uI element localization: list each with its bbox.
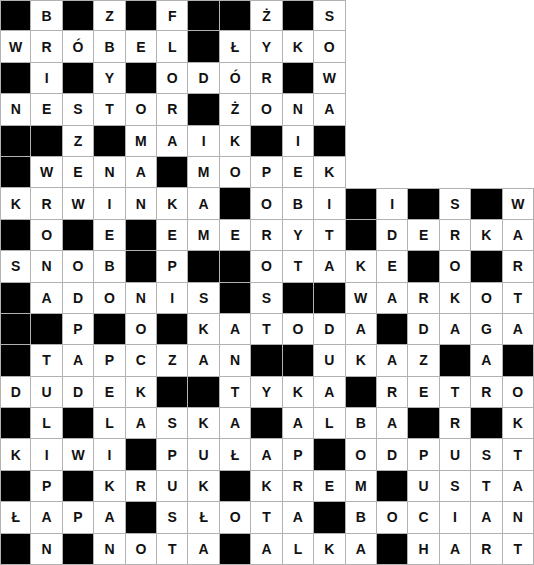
cell-r15c14[interactable]: P bbox=[408, 439, 439, 470]
cell-r4c14 bbox=[408, 94, 439, 125]
cell-r10c14[interactable]: R bbox=[408, 283, 439, 314]
cell-r12c16[interactable]: A bbox=[471, 345, 502, 376]
cell-r18c15[interactable]: A bbox=[440, 534, 471, 565]
cell-r10c7[interactable]: S bbox=[188, 283, 219, 314]
cell-r11c16[interactable]: G bbox=[471, 314, 502, 345]
cell-r5c11 bbox=[314, 126, 345, 157]
cell-r5c6[interactable]: A bbox=[157, 126, 188, 157]
cell-r17c10[interactable]: A bbox=[283, 502, 314, 533]
cell-r8c8[interactable]: E bbox=[220, 220, 251, 251]
cell-r2c9[interactable]: Y bbox=[251, 31, 282, 62]
cell-r3c11[interactable]: W bbox=[314, 63, 345, 94]
cell-r1c16 bbox=[471, 0, 502, 31]
cell-r1c3 bbox=[63, 0, 94, 31]
cell-r17c4[interactable]: A bbox=[94, 502, 125, 533]
cell-r15c7[interactable]: U bbox=[188, 439, 219, 470]
cell-r2c15 bbox=[440, 31, 471, 62]
cell-r12c8[interactable]: N bbox=[220, 345, 251, 376]
cell-r7c9[interactable]: O bbox=[251, 188, 282, 219]
cell-r9c6[interactable]: P bbox=[157, 251, 188, 282]
cell-r13c2[interactable]: U bbox=[31, 377, 62, 408]
crossword-board: BZFŻSWRÓBELŁYKOIYODÓRWNESTORŻONAZMAIKIWE… bbox=[0, 0, 534, 565]
cell-r1c5 bbox=[126, 0, 157, 31]
cell-r10c15[interactable]: K bbox=[440, 283, 471, 314]
cell-r4c17 bbox=[503, 94, 534, 125]
cell-r6c8[interactable]: O bbox=[220, 157, 251, 188]
cell-r4c2[interactable]: E bbox=[31, 94, 62, 125]
cell-r16c8 bbox=[220, 471, 251, 502]
cell-r5c4 bbox=[94, 126, 125, 157]
cell-r16c2[interactable]: P bbox=[31, 471, 62, 502]
cell-r4c12 bbox=[346, 94, 377, 125]
cell-r10c1 bbox=[0, 283, 31, 314]
cell-r2c11[interactable]: O bbox=[314, 31, 345, 62]
cell-r12c13[interactable]: A bbox=[377, 345, 408, 376]
cell-r6c9[interactable]: P bbox=[251, 157, 282, 188]
cell-r8c9[interactable]: R bbox=[251, 220, 282, 251]
cell-r15c5 bbox=[126, 439, 157, 470]
cell-r13c3[interactable]: D bbox=[63, 377, 94, 408]
cell-r17c2[interactable]: A bbox=[31, 502, 62, 533]
cell-r5c16 bbox=[471, 126, 502, 157]
cell-r10c8 bbox=[220, 283, 251, 314]
cell-r16c9[interactable]: K bbox=[251, 471, 282, 502]
cell-r13c4[interactable]: E bbox=[94, 377, 125, 408]
cell-r3c8[interactable]: Ó bbox=[220, 63, 251, 94]
cell-r11c1 bbox=[0, 314, 31, 345]
cell-r14c12[interactable]: B bbox=[346, 408, 377, 439]
cell-r1c4[interactable]: Z bbox=[94, 0, 125, 31]
cell-r17c12[interactable]: B bbox=[346, 502, 377, 533]
cell-r11c11[interactable]: D bbox=[314, 314, 345, 345]
cell-r8c7[interactable]: M bbox=[188, 220, 219, 251]
cell-r16c16[interactable]: T bbox=[471, 471, 502, 502]
cell-r1c15 bbox=[440, 0, 471, 31]
cell-r6c13 bbox=[377, 157, 408, 188]
cell-r1c11[interactable]: S bbox=[314, 0, 345, 31]
cell-r17c15[interactable]: I bbox=[440, 502, 471, 533]
cell-r4c4[interactable]: T bbox=[94, 94, 125, 125]
cell-r2c14 bbox=[408, 31, 439, 62]
cell-r8c1 bbox=[0, 220, 31, 251]
cell-r6c15 bbox=[440, 157, 471, 188]
cell-r3c10 bbox=[283, 63, 314, 94]
cell-r16c6[interactable]: U bbox=[157, 471, 188, 502]
cell-r15c3[interactable]: W bbox=[63, 439, 94, 470]
cell-r14c5[interactable]: A bbox=[126, 408, 157, 439]
cell-r17c6[interactable]: S bbox=[157, 502, 188, 533]
cell-r5c5[interactable]: M bbox=[126, 126, 157, 157]
cell-r12c1 bbox=[0, 345, 31, 376]
cell-r13c12 bbox=[346, 377, 377, 408]
cell-r13c13[interactable]: R bbox=[377, 377, 408, 408]
cell-r9c17[interactable]: R bbox=[503, 251, 534, 282]
cell-r7c11[interactable]: I bbox=[314, 188, 345, 219]
cell-r10c10 bbox=[283, 283, 314, 314]
cell-r10c2[interactable]: A bbox=[31, 283, 62, 314]
cell-r11c7[interactable]: K bbox=[188, 314, 219, 345]
cell-r14c1 bbox=[0, 408, 31, 439]
cell-r6c7[interactable]: M bbox=[188, 157, 219, 188]
cell-r15c2[interactable]: I bbox=[31, 439, 62, 470]
cell-r7c10[interactable]: B bbox=[283, 188, 314, 219]
cell-r4c15 bbox=[440, 94, 471, 125]
cell-r12c7[interactable]: A bbox=[188, 345, 219, 376]
cell-r3c17 bbox=[503, 63, 534, 94]
cell-r6c2[interactable]: W bbox=[31, 157, 62, 188]
cell-r16c11[interactable]: E bbox=[314, 471, 345, 502]
cell-r17c8[interactable]: O bbox=[220, 502, 251, 533]
cell-r15c6[interactable]: P bbox=[157, 439, 188, 470]
cell-r3c12 bbox=[346, 63, 377, 94]
cell-r6c3[interactable]: E bbox=[63, 157, 94, 188]
cell-r6c12 bbox=[346, 157, 377, 188]
cell-r6c4[interactable]: N bbox=[94, 157, 125, 188]
cell-r6c10[interactable]: E bbox=[283, 157, 314, 188]
cell-r4c16 bbox=[471, 94, 502, 125]
cell-r14c10[interactable]: A bbox=[283, 408, 314, 439]
cell-r9c3[interactable]: O bbox=[63, 251, 94, 282]
cell-r3c5 bbox=[126, 63, 157, 94]
cell-r17c3[interactable]: P bbox=[63, 502, 94, 533]
cell-r15c10[interactable]: P bbox=[283, 439, 314, 470]
cell-r17c9[interactable]: T bbox=[251, 502, 282, 533]
cell-r12c15 bbox=[440, 345, 471, 376]
cell-r8c2[interactable]: O bbox=[31, 220, 62, 251]
cell-r15c17[interactable]: T bbox=[503, 439, 534, 470]
cell-r9c7 bbox=[188, 251, 219, 282]
cell-r7c16 bbox=[471, 188, 502, 219]
cell-r2c10[interactable]: K bbox=[283, 31, 314, 62]
cell-r11c8[interactable]: A bbox=[220, 314, 251, 345]
cell-r14c13[interactable]: A bbox=[377, 408, 408, 439]
cell-r11c5[interactable]: O bbox=[126, 314, 157, 345]
cell-r17c11 bbox=[314, 502, 345, 533]
cell-r14c17[interactable]: K bbox=[503, 408, 534, 439]
cell-r16c3 bbox=[63, 471, 94, 502]
cell-r8c6[interactable]: E bbox=[157, 220, 188, 251]
cell-r17c7[interactable]: Ł bbox=[188, 502, 219, 533]
cell-r1c12 bbox=[346, 0, 377, 31]
cell-r9c13[interactable]: E bbox=[377, 251, 408, 282]
cell-r2c3[interactable]: Ó bbox=[63, 31, 94, 62]
cell-r14c11[interactable]: L bbox=[314, 408, 345, 439]
cell-r16c1 bbox=[0, 471, 31, 502]
cell-r15c16[interactable]: S bbox=[471, 439, 502, 470]
cell-r11c3[interactable]: P bbox=[63, 314, 94, 345]
cell-r5c1 bbox=[0, 126, 31, 157]
cell-r3c16 bbox=[471, 63, 502, 94]
cell-r17c16[interactable]: A bbox=[471, 502, 502, 533]
cell-r3c3 bbox=[63, 63, 94, 94]
cell-r1c2[interactable]: B bbox=[31, 0, 62, 31]
cell-r7c12 bbox=[346, 188, 377, 219]
cell-r17c5 bbox=[126, 502, 157, 533]
cell-r2c2[interactable]: R bbox=[31, 31, 62, 62]
cell-r13c16[interactable]: R bbox=[471, 377, 502, 408]
cell-r18c2[interactable]: N bbox=[31, 534, 62, 565]
cell-r10c5[interactable]: N bbox=[126, 283, 157, 314]
cell-r17c1[interactable]: Ł bbox=[0, 502, 31, 533]
cell-r4c11[interactable]: A bbox=[314, 94, 345, 125]
cell-r18c10[interactable]: L bbox=[283, 534, 314, 565]
cell-r12c6[interactable]: Z bbox=[157, 345, 188, 376]
cell-r3c7[interactable]: D bbox=[188, 63, 219, 94]
cell-r13c7 bbox=[188, 377, 219, 408]
cell-r8c15[interactable]: R bbox=[440, 220, 471, 251]
cell-r5c17 bbox=[503, 126, 534, 157]
cell-r16c10[interactable]: R bbox=[283, 471, 314, 502]
cell-r9c1[interactable]: S bbox=[0, 251, 31, 282]
cell-r13c8[interactable]: T bbox=[220, 377, 251, 408]
cell-r14c7[interactable]: K bbox=[188, 408, 219, 439]
cell-r3c9[interactable]: R bbox=[251, 63, 282, 94]
cell-r4c1[interactable]: N bbox=[0, 94, 31, 125]
cell-r12c3[interactable]: A bbox=[63, 345, 94, 376]
cell-r6c11[interactable]: K bbox=[314, 157, 345, 188]
cell-r18c8 bbox=[220, 534, 251, 565]
cell-r13c5[interactable]: K bbox=[126, 377, 157, 408]
cell-r18c6[interactable]: T bbox=[157, 534, 188, 565]
cell-r1c8 bbox=[220, 0, 251, 31]
cell-r5c3[interactable]: Z bbox=[63, 126, 94, 157]
cell-r7c6[interactable]: K bbox=[157, 188, 188, 219]
cell-r1c9[interactable]: Ż bbox=[251, 0, 282, 31]
cell-r15c13[interactable]: D bbox=[377, 439, 408, 470]
cell-r16c14[interactable]: U bbox=[408, 471, 439, 502]
cell-r16c15[interactable]: S bbox=[440, 471, 471, 502]
cell-r18c12[interactable]: A bbox=[346, 534, 377, 565]
cell-r9c11[interactable]: A bbox=[314, 251, 345, 282]
cell-r15c1[interactable]: K bbox=[0, 439, 31, 470]
cell-r6c14 bbox=[408, 157, 439, 188]
cell-r12c9 bbox=[251, 345, 282, 376]
cell-r12c4[interactable]: P bbox=[94, 345, 125, 376]
cell-r2c5[interactable]: E bbox=[126, 31, 157, 62]
cell-r1c14 bbox=[408, 0, 439, 31]
cell-r1c6[interactable]: F bbox=[157, 0, 188, 31]
cell-r7c5[interactable]: N bbox=[126, 188, 157, 219]
cell-r12c12[interactable]: K bbox=[346, 345, 377, 376]
cell-r11c14[interactable]: D bbox=[408, 314, 439, 345]
cell-r17c13[interactable]: O bbox=[377, 502, 408, 533]
cell-r9c5 bbox=[126, 251, 157, 282]
cell-r18c16[interactable]: R bbox=[471, 534, 502, 565]
cell-r7c4[interactable]: I bbox=[94, 188, 125, 219]
cell-r18c9[interactable]: A bbox=[251, 534, 282, 565]
cell-r16c17[interactable]: A bbox=[503, 471, 534, 502]
cell-r5c10[interactable]: I bbox=[283, 126, 314, 157]
cell-r10c16[interactable]: O bbox=[471, 283, 502, 314]
cell-r15c12[interactable]: O bbox=[346, 439, 377, 470]
cell-r11c17[interactable]: A bbox=[503, 314, 534, 345]
cell-r11c2 bbox=[31, 314, 62, 345]
cell-r9c4[interactable]: B bbox=[94, 251, 125, 282]
cell-r14c15[interactable]: R bbox=[440, 408, 471, 439]
cell-r2c6[interactable]: L bbox=[157, 31, 188, 62]
cell-r5c8[interactable]: K bbox=[220, 126, 251, 157]
cell-r8c16[interactable]: K bbox=[471, 220, 502, 251]
cell-r12c5[interactable]: C bbox=[126, 345, 157, 376]
cell-r15c8[interactable]: Ł bbox=[220, 439, 251, 470]
cell-r6c17 bbox=[503, 157, 534, 188]
cell-r6c6 bbox=[157, 157, 188, 188]
cell-r7c3[interactable]: W bbox=[63, 188, 94, 219]
cell-r18c4[interactable]: N bbox=[94, 534, 125, 565]
cell-r2c12 bbox=[346, 31, 377, 62]
cell-r5c15 bbox=[440, 126, 471, 157]
cell-r18c7[interactable]: A bbox=[188, 534, 219, 565]
cell-r1c13 bbox=[377, 0, 408, 31]
cell-r10c17[interactable]: T bbox=[503, 283, 534, 314]
cell-r11c13 bbox=[377, 314, 408, 345]
cell-r14c14 bbox=[408, 408, 439, 439]
cell-r5c13 bbox=[377, 126, 408, 157]
cell-r8c5 bbox=[126, 220, 157, 251]
cell-r4c9[interactable]: O bbox=[251, 94, 282, 125]
cell-r13c6 bbox=[157, 377, 188, 408]
cell-r4c5[interactable]: O bbox=[126, 94, 157, 125]
cell-r5c14 bbox=[408, 126, 439, 157]
cell-r2c16 bbox=[471, 31, 502, 62]
cell-r18c14[interactable]: H bbox=[408, 534, 439, 565]
cell-r14c4[interactable]: L bbox=[94, 408, 125, 439]
cell-r9c12[interactable]: K bbox=[346, 251, 377, 282]
cell-r13c14[interactable]: E bbox=[408, 377, 439, 408]
cell-r2c17 bbox=[503, 31, 534, 62]
cell-r8c17[interactable]: A bbox=[503, 220, 534, 251]
cell-r7c17[interactable]: W bbox=[503, 188, 534, 219]
cell-r3c13 bbox=[377, 63, 408, 94]
cell-r1c10 bbox=[283, 0, 314, 31]
cell-r10c11 bbox=[314, 283, 345, 314]
cell-r14c2[interactable]: L bbox=[31, 408, 62, 439]
cell-r8c11[interactable]: T bbox=[314, 220, 345, 251]
cell-r9c10[interactable]: T bbox=[283, 251, 314, 282]
cell-r12c14[interactable]: Z bbox=[408, 345, 439, 376]
cell-r16c12[interactable]: M bbox=[346, 471, 377, 502]
cell-r10c9[interactable]: S bbox=[251, 283, 282, 314]
cell-r3c4[interactable]: Y bbox=[94, 63, 125, 94]
cell-r16c5[interactable]: R bbox=[126, 471, 157, 502]
cell-r9c14 bbox=[408, 251, 439, 282]
cell-r13c9[interactable]: Y bbox=[251, 377, 282, 408]
cell-r16c4[interactable]: K bbox=[94, 471, 125, 502]
cell-r3c14 bbox=[408, 63, 439, 94]
cell-r13c15[interactable]: T bbox=[440, 377, 471, 408]
cell-r14c9 bbox=[251, 408, 282, 439]
cell-r10c3[interactable]: D bbox=[63, 283, 94, 314]
cell-r14c8[interactable]: A bbox=[220, 408, 251, 439]
cell-r13c11[interactable]: A bbox=[314, 377, 345, 408]
cell-r10c12[interactable]: W bbox=[346, 283, 377, 314]
cell-r2c8[interactable]: Ł bbox=[220, 31, 251, 62]
cell-r18c13 bbox=[377, 534, 408, 565]
cell-r8c13[interactable]: D bbox=[377, 220, 408, 251]
cell-r17c14[interactable]: C bbox=[408, 502, 439, 533]
cell-r7c15[interactable]: S bbox=[440, 188, 471, 219]
cell-r10c6[interactable]: I bbox=[157, 283, 188, 314]
cell-r5c9 bbox=[251, 126, 282, 157]
cell-r8c4[interactable]: E bbox=[94, 220, 125, 251]
cell-r15c11 bbox=[314, 439, 345, 470]
cell-r10c13[interactable]: A bbox=[377, 283, 408, 314]
cell-r4c6[interactable]: R bbox=[157, 94, 188, 125]
cell-r1c17 bbox=[503, 0, 534, 31]
cell-r3c2[interactable]: I bbox=[31, 63, 62, 94]
cell-r17c17[interactable]: N bbox=[503, 502, 534, 533]
cell-r8c10[interactable]: Y bbox=[283, 220, 314, 251]
cell-r7c1[interactable]: K bbox=[0, 188, 31, 219]
cell-r2c13 bbox=[377, 31, 408, 62]
cell-r18c3 bbox=[63, 534, 94, 565]
cell-r13c17[interactable]: O bbox=[503, 377, 534, 408]
cell-r18c11[interactable]: K bbox=[314, 534, 345, 565]
cell-r4c10[interactable]: N bbox=[283, 94, 314, 125]
cell-r11c10[interactable]: O bbox=[283, 314, 314, 345]
cell-r8c3 bbox=[63, 220, 94, 251]
cell-r3c1 bbox=[0, 63, 31, 94]
cell-r4c13 bbox=[377, 94, 408, 125]
cell-r12c17 bbox=[503, 345, 534, 376]
cell-r2c7 bbox=[188, 31, 219, 62]
cell-r14c16 bbox=[471, 408, 502, 439]
cell-r9c2[interactable]: N bbox=[31, 251, 62, 282]
cell-r5c12 bbox=[346, 126, 377, 157]
cell-r13c10[interactable]: K bbox=[283, 377, 314, 408]
cell-r2c1[interactable]: W bbox=[0, 31, 31, 62]
cell-r7c8 bbox=[220, 188, 251, 219]
cell-r9c16 bbox=[471, 251, 502, 282]
cell-r4c3[interactable]: S bbox=[63, 94, 94, 125]
cell-r11c9[interactable]: T bbox=[251, 314, 282, 345]
cell-r8c14[interactable]: E bbox=[408, 220, 439, 251]
cell-r5c2 bbox=[31, 126, 62, 157]
cell-r9c15[interactable]: O bbox=[440, 251, 471, 282]
cell-r5c7[interactable]: I bbox=[188, 126, 219, 157]
cell-r12c2[interactable]: T bbox=[31, 345, 62, 376]
cell-r9c8 bbox=[220, 251, 251, 282]
cell-r18c5[interactable]: O bbox=[126, 534, 157, 565]
cell-r2c4[interactable]: B bbox=[94, 31, 125, 62]
cell-r15c9[interactable]: A bbox=[251, 439, 282, 470]
cell-r7c13[interactable]: I bbox=[377, 188, 408, 219]
cell-r16c7[interactable]: K bbox=[188, 471, 219, 502]
cell-r12c11[interactable]: U bbox=[314, 345, 345, 376]
cell-r12c10 bbox=[283, 345, 314, 376]
cell-r15c15[interactable]: U bbox=[440, 439, 471, 470]
cell-r11c12[interactable]: A bbox=[346, 314, 377, 345]
cell-r7c14 bbox=[408, 188, 439, 219]
cell-r15c4[interactable]: I bbox=[94, 439, 125, 470]
cell-r10c4[interactable]: O bbox=[94, 283, 125, 314]
cell-r14c6[interactable]: S bbox=[157, 408, 188, 439]
cell-r7c2[interactable]: R bbox=[31, 188, 62, 219]
cell-r18c17[interactable]: T bbox=[503, 534, 534, 565]
cell-r4c8[interactable]: Ż bbox=[220, 94, 251, 125]
cell-r16c13 bbox=[377, 471, 408, 502]
cell-r3c15 bbox=[440, 63, 471, 94]
cell-r1c1 bbox=[0, 0, 31, 31]
cell-r3c6[interactable]: O bbox=[157, 63, 188, 94]
cell-r14c3 bbox=[63, 408, 94, 439]
cell-r13c1[interactable]: D bbox=[0, 377, 31, 408]
cell-r11c15[interactable]: A bbox=[440, 314, 471, 345]
cell-r7c7[interactable]: A bbox=[188, 188, 219, 219]
cell-r6c1 bbox=[0, 157, 31, 188]
cell-r9c9[interactable]: O bbox=[251, 251, 282, 282]
cell-r6c5[interactable]: A bbox=[126, 157, 157, 188]
